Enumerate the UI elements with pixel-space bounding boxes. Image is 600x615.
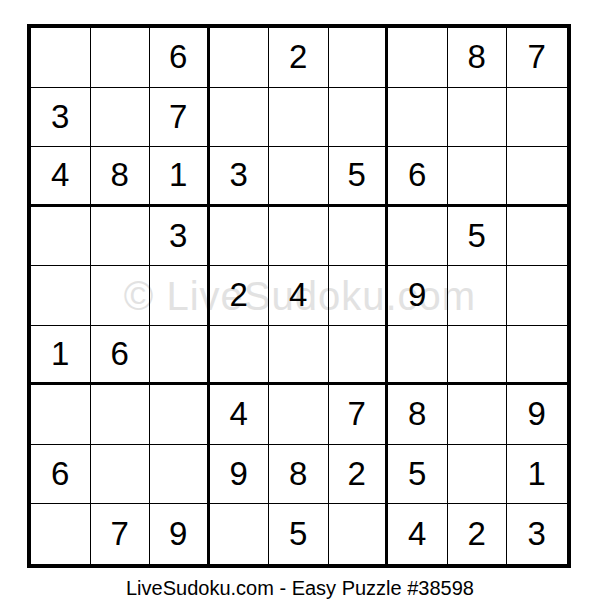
cell-r7c7[interactable]: 8 <box>388 385 448 445</box>
cell-r9c5[interactable]: 5 <box>269 504 329 564</box>
cell-r8c5[interactable]: 8 <box>269 445 329 505</box>
cell-r9c2[interactable]: 7 <box>91 504 151 564</box>
cell-r7c2[interactable] <box>91 385 151 445</box>
cell-r6c5[interactable] <box>269 326 329 386</box>
cell-r5c2[interactable] <box>91 266 151 326</box>
cell-r6c4[interactable] <box>210 326 270 386</box>
cell-r5c3[interactable] <box>150 266 210 326</box>
cell-r4c5[interactable] <box>269 207 329 267</box>
puzzle-caption: LiveSudoku.com - Easy Puzzle #38598 <box>0 577 600 600</box>
cell-r4c1[interactable] <box>31 207 91 267</box>
cell-r1c2[interactable] <box>91 28 151 88</box>
cell-r1c4[interactable] <box>210 28 270 88</box>
cell-r7c8[interactable] <box>448 385 508 445</box>
cell-r8c4[interactable]: 9 <box>210 445 270 505</box>
cell-r2c5[interactable] <box>269 88 329 148</box>
cell-r7c4[interactable]: 4 <box>210 385 270 445</box>
cell-r5c6[interactable] <box>329 266 389 326</box>
cell-r1c1[interactable] <box>31 28 91 88</box>
cell-r9c6[interactable] <box>329 504 389 564</box>
cell-r5c9[interactable] <box>507 266 567 326</box>
cell-r7c1[interactable] <box>31 385 91 445</box>
cell-r4c4[interactable] <box>210 207 270 267</box>
sudoku-board: 62873748135635249164789698251795423 <box>27 24 571 568</box>
cell-r8c1[interactable]: 6 <box>31 445 91 505</box>
cell-r4c6[interactable] <box>329 207 389 267</box>
cell-r4c2[interactable] <box>91 207 151 267</box>
cell-r9c9[interactable]: 3 <box>507 504 567 564</box>
cell-r5c8[interactable] <box>448 266 508 326</box>
cell-r4c8[interactable]: 5 <box>448 207 508 267</box>
cell-r3c7[interactable]: 6 <box>388 147 448 207</box>
cell-r2c4[interactable] <box>210 88 270 148</box>
cell-r6c6[interactable] <box>329 326 389 386</box>
cell-r8c7[interactable]: 5 <box>388 445 448 505</box>
cell-r3c8[interactable] <box>448 147 508 207</box>
cell-r7c3[interactable] <box>150 385 210 445</box>
cell-r2c3[interactable]: 7 <box>150 88 210 148</box>
cell-r9c1[interactable] <box>31 504 91 564</box>
cell-r2c2[interactable] <box>91 88 151 148</box>
cell-r8c3[interactable] <box>150 445 210 505</box>
cell-r7c5[interactable] <box>269 385 329 445</box>
cell-r7c9[interactable]: 9 <box>507 385 567 445</box>
cell-r8c8[interactable] <box>448 445 508 505</box>
cell-r8c6[interactable]: 2 <box>329 445 389 505</box>
cell-r1c9[interactable]: 7 <box>507 28 567 88</box>
cell-r1c3[interactable]: 6 <box>150 28 210 88</box>
cell-r4c7[interactable] <box>388 207 448 267</box>
cell-r2c9[interactable] <box>507 88 567 148</box>
sudoku-page: © LiveSudoku.com 62873748135635249164789… <box>0 0 600 615</box>
cell-r3c1[interactable]: 4 <box>31 147 91 207</box>
cell-r6c8[interactable] <box>448 326 508 386</box>
cell-r2c6[interactable] <box>329 88 389 148</box>
cell-r3c5[interactable] <box>269 147 329 207</box>
cell-r3c2[interactable]: 8 <box>91 147 151 207</box>
cell-r9c7[interactable]: 4 <box>388 504 448 564</box>
cell-r3c9[interactable] <box>507 147 567 207</box>
cell-r5c5[interactable]: 4 <box>269 266 329 326</box>
cell-r5c7[interactable]: 9 <box>388 266 448 326</box>
cell-r9c8[interactable]: 2 <box>448 504 508 564</box>
cell-r8c2[interactable] <box>91 445 151 505</box>
cell-r3c4[interactable]: 3 <box>210 147 270 207</box>
cell-r8c9[interactable]: 1 <box>507 445 567 505</box>
cell-r6c9[interactable] <box>507 326 567 386</box>
cell-r4c9[interactable] <box>507 207 567 267</box>
cell-r1c7[interactable] <box>388 28 448 88</box>
cell-r6c2[interactable]: 6 <box>91 326 151 386</box>
cell-r7c6[interactable]: 7 <box>329 385 389 445</box>
board-area: © LiveSudoku.com 62873748135635249164789… <box>27 24 573 570</box>
cell-r2c8[interactable] <box>448 88 508 148</box>
cell-r6c7[interactable] <box>388 326 448 386</box>
cell-r3c6[interactable]: 5 <box>329 147 389 207</box>
cell-r3c3[interactable]: 1 <box>150 147 210 207</box>
cell-r2c7[interactable] <box>388 88 448 148</box>
cell-r2c1[interactable]: 3 <box>31 88 91 148</box>
cell-r4c3[interactable]: 3 <box>150 207 210 267</box>
cell-r1c6[interactable] <box>329 28 389 88</box>
cell-r1c5[interactable]: 2 <box>269 28 329 88</box>
cell-r1c8[interactable]: 8 <box>448 28 508 88</box>
cell-r6c3[interactable] <box>150 326 210 386</box>
cell-r5c4[interactable]: 2 <box>210 266 270 326</box>
cell-r9c4[interactable] <box>210 504 270 564</box>
cell-r6c1[interactable]: 1 <box>31 326 91 386</box>
cell-r9c3[interactable]: 9 <box>150 504 210 564</box>
cell-r5c1[interactable] <box>31 266 91 326</box>
